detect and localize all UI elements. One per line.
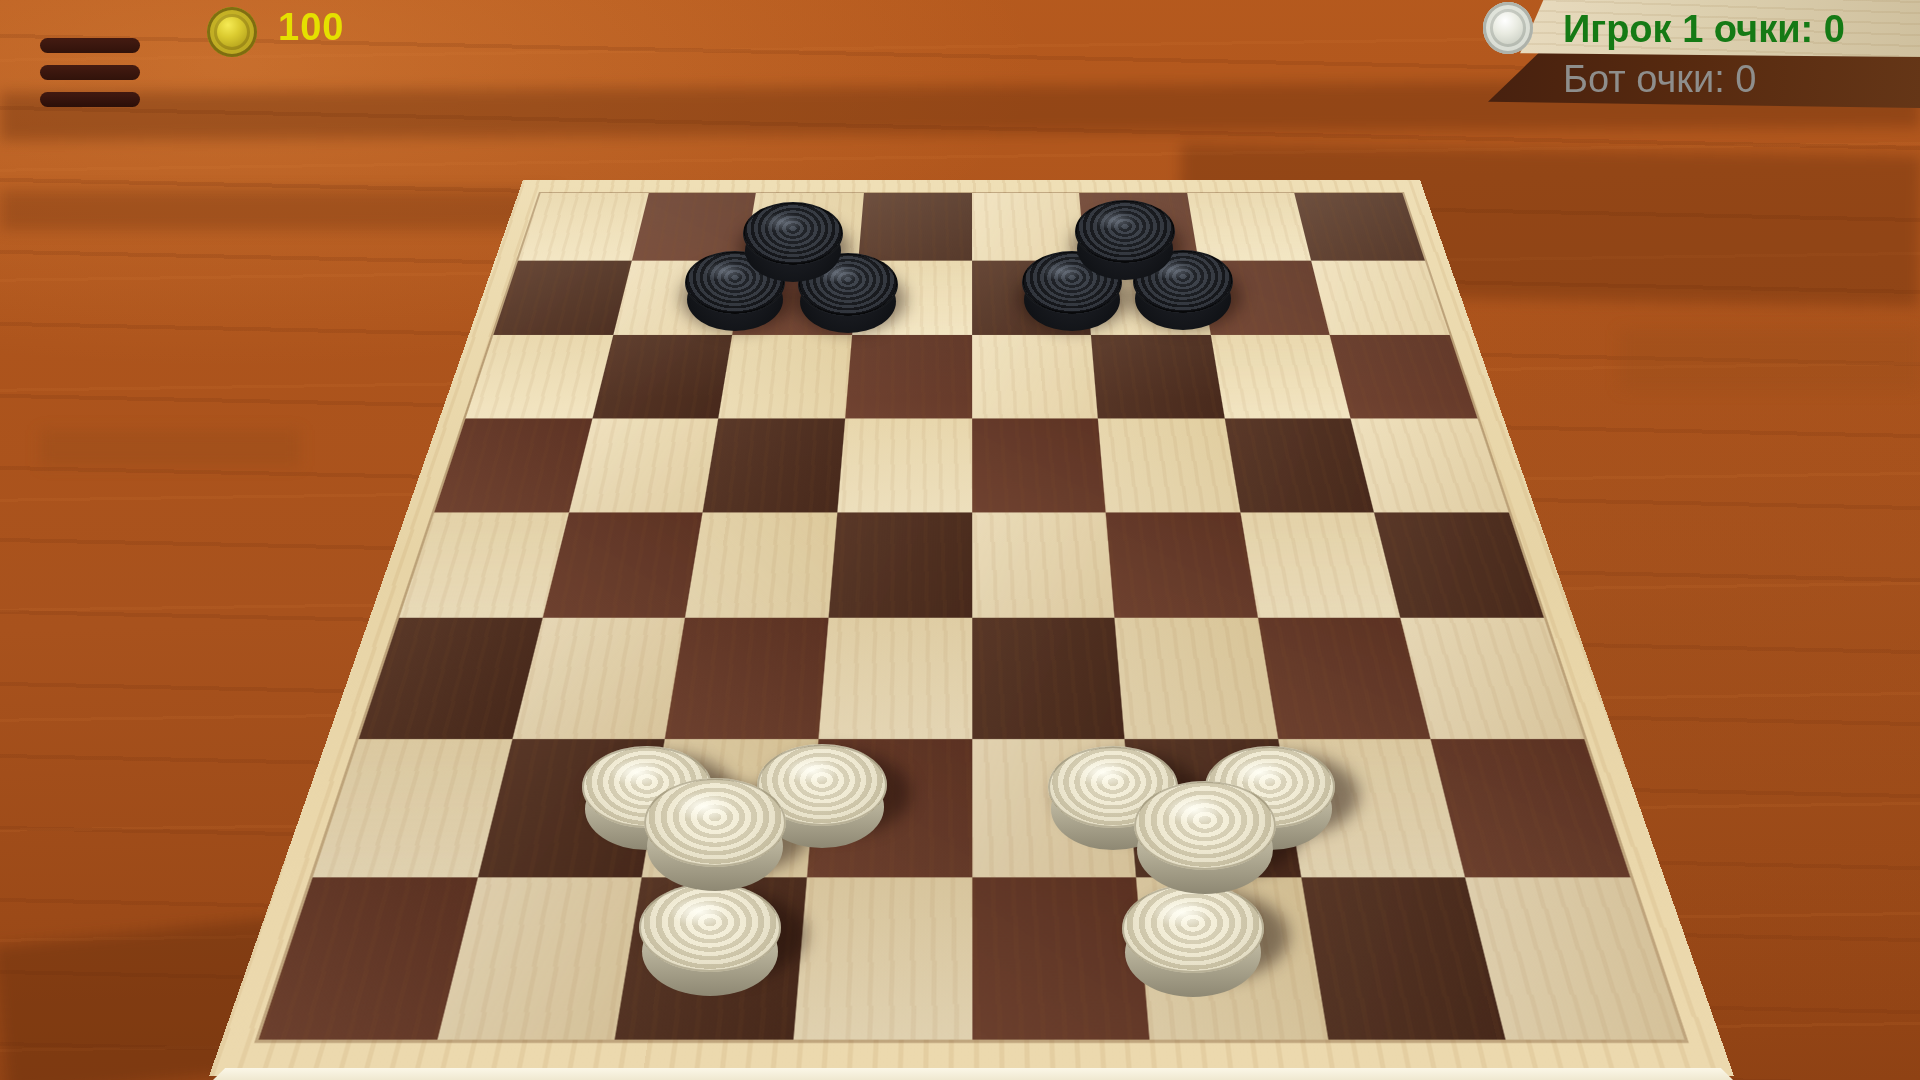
bot-score-label: Бот очки: 0 — [1563, 58, 1756, 101]
white-checker[interactable] — [1134, 781, 1276, 894]
coin-count: 100 — [278, 6, 344, 49]
white-checker[interactable] — [644, 778, 786, 891]
checker-face — [1122, 884, 1264, 973]
black-checker[interactable] — [1075, 200, 1175, 280]
checker-face — [743, 202, 843, 265]
game-scene: 100 Игрок 1 очки: 0 Бот очки: 0 — [0, 0, 1920, 1080]
hamburger-icon — [40, 38, 140, 53]
black-checker[interactable] — [743, 202, 843, 282]
white-checker-icon — [1483, 2, 1533, 54]
player-score-label: Игрок 1 очки: 0 — [1563, 8, 1845, 51]
hamburger-icon — [40, 65, 140, 80]
checker-face — [1075, 200, 1175, 263]
checker-face — [644, 778, 786, 867]
checker-face — [639, 883, 781, 972]
hamburger-icon — [40, 92, 140, 107]
coin-icon — [207, 7, 257, 57]
checker-face — [1134, 781, 1276, 870]
pieces-layer — [0, 0, 1920, 1080]
white-checker[interactable] — [639, 883, 781, 996]
white-checker[interactable] — [1122, 884, 1264, 997]
menu-button[interactable] — [40, 38, 140, 106]
